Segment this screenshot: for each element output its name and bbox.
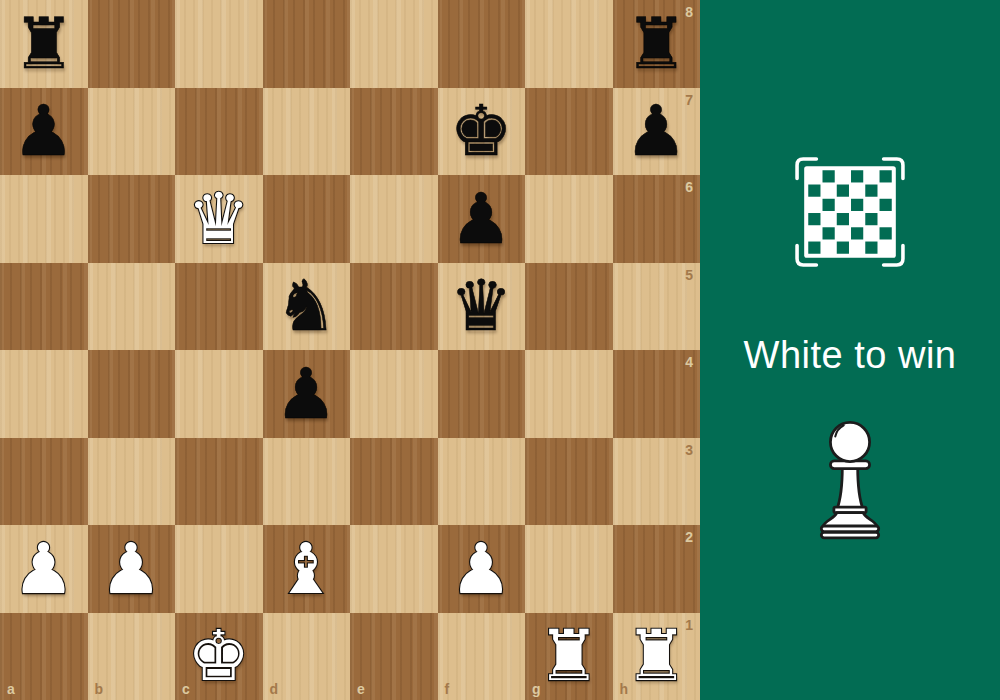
white-pawn-a2[interactable]: ♟ — [12, 534, 75, 604]
black-knight-d5[interactable]: ♞ — [275, 271, 338, 341]
square-c1[interactable]: ♚c — [175, 613, 263, 700]
square-b1[interactable]: b — [88, 613, 176, 700]
square-f8[interactable] — [438, 0, 526, 88]
square-g5[interactable] — [525, 263, 613, 351]
white-pawn-f2[interactable]: ♟ — [450, 534, 513, 604]
black-queen-f5[interactable]: ♛ — [450, 271, 513, 341]
square-b5[interactable] — [88, 263, 176, 351]
square-g4[interactable] — [525, 350, 613, 438]
square-b7[interactable] — [88, 88, 176, 176]
black-rook-h8[interactable]: ♜ — [625, 9, 688, 79]
white-rook-g1[interactable]: ♜ — [537, 621, 600, 691]
file-label-h: h — [620, 682, 629, 696]
square-c7[interactable] — [175, 88, 263, 176]
rank-label-8: 8 — [685, 5, 693, 19]
white-rook-h1[interactable]: ♜ — [625, 621, 688, 691]
square-c4[interactable] — [175, 350, 263, 438]
square-g7[interactable] — [525, 88, 613, 176]
square-c8[interactable] — [175, 0, 263, 88]
file-label-d: d — [270, 682, 279, 696]
rank-label-5: 5 — [685, 268, 693, 282]
square-e8[interactable] — [350, 0, 438, 88]
rank-label-7: 7 — [685, 93, 693, 107]
square-g8[interactable] — [525, 0, 613, 88]
square-d1[interactable]: d — [263, 613, 351, 700]
square-d6[interactable] — [263, 175, 351, 263]
square-h5[interactable]: 5 — [613, 263, 701, 351]
square-g3[interactable] — [525, 438, 613, 526]
square-h6[interactable]: 6 — [613, 175, 701, 263]
square-a6[interactable] — [0, 175, 88, 263]
square-b2[interactable]: ♟ — [88, 525, 176, 613]
board-area: ♜♜8♟♚♟7♛♟6♞♛5♟43♟♟♝♟2ab♚cdef♜g♜1h — [0, 0, 700, 700]
square-c3[interactable] — [175, 438, 263, 526]
square-d3[interactable] — [263, 438, 351, 526]
square-e1[interactable]: e — [350, 613, 438, 700]
square-f1[interactable]: f — [438, 613, 526, 700]
white-pawn-icon — [815, 407, 885, 540]
square-e2[interactable] — [350, 525, 438, 613]
square-b6[interactable] — [88, 175, 176, 263]
black-rook-a8[interactable]: ♜ — [12, 9, 75, 79]
file-label-f: f — [445, 682, 450, 696]
square-e6[interactable] — [350, 175, 438, 263]
square-a7[interactable]: ♟ — [0, 88, 88, 176]
square-d4[interactable]: ♟ — [263, 350, 351, 438]
square-b8[interactable] — [88, 0, 176, 88]
square-e5[interactable] — [350, 263, 438, 351]
file-label-a: a — [7, 682, 15, 696]
white-queen-c6[interactable]: ♛ — [187, 184, 250, 254]
square-g6[interactable] — [525, 175, 613, 263]
square-d7[interactable] — [263, 88, 351, 176]
square-f4[interactable] — [438, 350, 526, 438]
square-h4[interactable]: 4 — [613, 350, 701, 438]
white-king-c1[interactable]: ♚ — [187, 621, 250, 691]
square-e3[interactable] — [350, 438, 438, 526]
square-f2[interactable]: ♟ — [438, 525, 526, 613]
chess-board[interactable]: ♜♜8♟♚♟7♛♟6♞♛5♟43♟♟♝♟2ab♚cdef♜g♜1h — [0, 0, 700, 700]
square-f5[interactable]: ♛ — [438, 263, 526, 351]
black-pawn-a7[interactable]: ♟ — [12, 96, 75, 166]
square-d8[interactable] — [263, 0, 351, 88]
file-label-b: b — [95, 682, 104, 696]
puzzle-panel: White to win — [700, 0, 1000, 700]
square-h3[interactable]: 3 — [613, 438, 701, 526]
black-pawn-h7[interactable]: ♟ — [625, 96, 688, 166]
black-king-f7[interactable]: ♚ — [450, 96, 513, 166]
square-h8[interactable]: ♜8 — [613, 0, 701, 88]
file-label-e: e — [357, 682, 365, 696]
square-a4[interactable] — [0, 350, 88, 438]
square-g1[interactable]: ♜g — [525, 613, 613, 700]
square-h1[interactable]: ♜1h — [613, 613, 701, 700]
square-f3[interactable] — [438, 438, 526, 526]
square-c2[interactable] — [175, 525, 263, 613]
file-label-g: g — [532, 682, 541, 696]
black-pawn-f6[interactable]: ♟ — [450, 184, 513, 254]
square-f7[interactable]: ♚ — [438, 88, 526, 176]
black-pawn-d4[interactable]: ♟ — [275, 359, 338, 429]
square-e7[interactable] — [350, 88, 438, 176]
rank-label-4: 4 — [685, 355, 693, 369]
rank-label-2: 2 — [685, 530, 693, 544]
puzzle-title: White to win — [744, 334, 957, 377]
rank-label-6: 6 — [685, 180, 693, 194]
white-bishop-d2[interactable]: ♝ — [275, 534, 338, 604]
square-d2[interactable]: ♝ — [263, 525, 351, 613]
square-c6[interactable]: ♛ — [175, 175, 263, 263]
square-g2[interactable] — [525, 525, 613, 613]
square-a3[interactable] — [0, 438, 88, 526]
square-b4[interactable] — [88, 350, 176, 438]
square-d5[interactable]: ♞ — [263, 263, 351, 351]
rank-label-1: 1 — [685, 618, 693, 632]
white-pawn-b2[interactable]: ♟ — [100, 534, 163, 604]
square-a8[interactable]: ♜ — [0, 0, 88, 88]
square-e4[interactable] — [350, 350, 438, 438]
square-f6[interactable]: ♟ — [438, 175, 526, 263]
square-c5[interactable] — [175, 263, 263, 351]
file-label-c: c — [182, 682, 190, 696]
board-scan-icon — [794, 156, 906, 268]
square-h7[interactable]: ♟7 — [613, 88, 701, 176]
rank-label-3: 3 — [685, 443, 693, 457]
square-b3[interactable] — [88, 438, 176, 526]
app-window: ♜♜8♟♚♟7♛♟6♞♛5♟43♟♟♝♟2ab♚cdef♜g♜1h White … — [0, 0, 1000, 700]
square-a2[interactable]: ♟ — [0, 525, 88, 613]
square-h2[interactable]: 2 — [613, 525, 701, 613]
square-a1[interactable]: a — [0, 613, 88, 700]
square-a5[interactable] — [0, 263, 88, 351]
